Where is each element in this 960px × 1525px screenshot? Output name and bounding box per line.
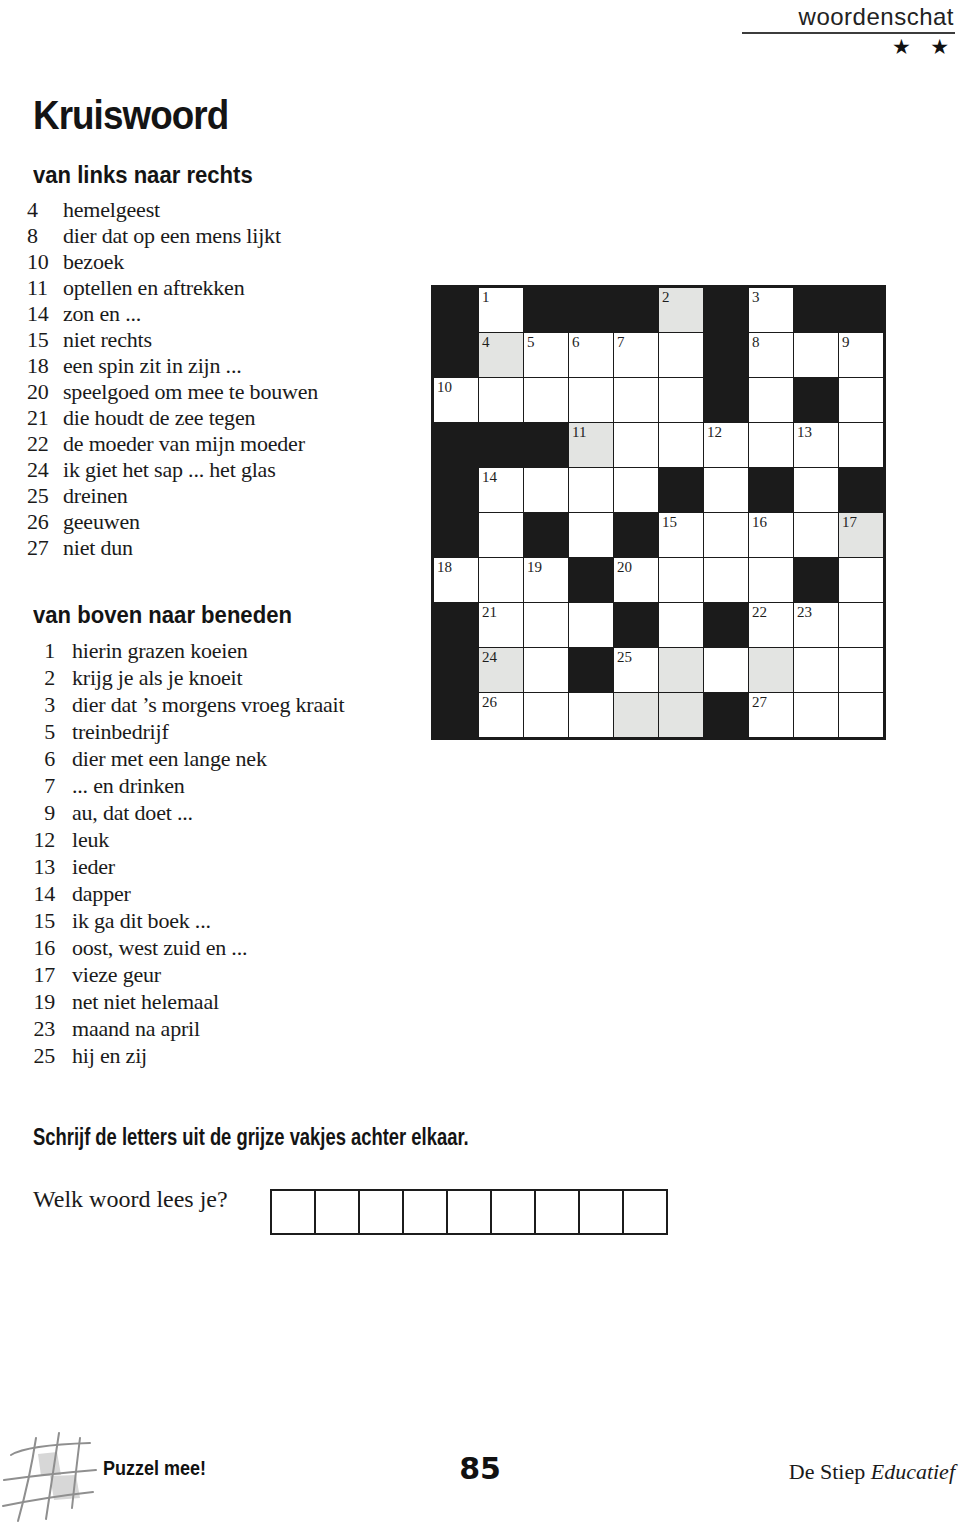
clue-item: 5treinbedrijf bbox=[27, 718, 432, 745]
grid-cell[interactable]: 15 bbox=[659, 513, 703, 557]
page-title: Kruiswoord bbox=[33, 93, 228, 138]
clue-item: 23maand na april bbox=[27, 1015, 432, 1042]
cell-number: 21 bbox=[482, 604, 497, 620]
instruction-text: Schrijf de letters uit de grijze vakjes … bbox=[33, 1124, 469, 1151]
clue-item: 15ik ga dit boek ... bbox=[27, 907, 432, 934]
clue-number: 21 bbox=[27, 405, 63, 431]
grid-cell[interactable] bbox=[839, 423, 883, 467]
blocked-cell bbox=[839, 468, 883, 512]
clue-number: 15 bbox=[27, 327, 63, 353]
clue-number: 2 bbox=[27, 664, 55, 691]
answer-question: Welk woord lees je? bbox=[33, 1186, 228, 1213]
grid-cell[interactable] bbox=[659, 558, 703, 602]
down-heading: van boven naar beneden bbox=[33, 601, 400, 629]
cell-number: 10 bbox=[437, 379, 452, 395]
clue-item: 15niet rechts bbox=[27, 327, 432, 353]
shaded-letter-cell[interactable] bbox=[749, 648, 793, 692]
clue-number: 26 bbox=[27, 509, 63, 535]
clue-number: 13 bbox=[27, 853, 55, 880]
cell-number: 8 bbox=[752, 334, 760, 350]
clue-item: 9au, dat doet ... bbox=[27, 799, 432, 826]
cell-number: 22 bbox=[752, 604, 767, 620]
crossword-grid: 1234567891011121314151617181920212223242… bbox=[431, 285, 886, 740]
across-clue-list: 4hemelgeest8dier dat op een mens lijkt10… bbox=[27, 197, 432, 561]
clue-item: 1hierin grazen koeien bbox=[27, 637, 432, 664]
grid-cell[interactable]: 13 bbox=[794, 423, 838, 467]
clue-number: 4 bbox=[27, 197, 63, 223]
blocked-cell bbox=[704, 603, 748, 647]
publisher-suffix: Educatief bbox=[871, 1459, 955, 1484]
blocked-cell bbox=[794, 558, 838, 602]
grid-cell[interactable] bbox=[749, 558, 793, 602]
clue-text: ik giet het sap ... het glas bbox=[63, 457, 276, 483]
clue-item: 25dreinen bbox=[27, 483, 432, 509]
blocked-cell bbox=[434, 693, 478, 737]
clue-item: 14zon en ... bbox=[27, 301, 432, 327]
cell-number: 4 bbox=[482, 334, 490, 350]
clue-text: ... en drinken bbox=[72, 772, 185, 799]
grid-cell[interactable] bbox=[614, 423, 658, 467]
grid-cell[interactable] bbox=[794, 648, 838, 692]
cell-number: 9 bbox=[842, 334, 850, 350]
grid-cell[interactable]: 9 bbox=[839, 333, 883, 377]
cell-number: 24 bbox=[482, 649, 497, 665]
clue-text: krijg je als je knoeit bbox=[72, 664, 242, 691]
cell-number: 26 bbox=[482, 694, 497, 710]
grid-cell[interactable] bbox=[569, 693, 613, 737]
clue-text: ieder bbox=[72, 853, 115, 880]
clue-text: die houdt de zee tegen bbox=[63, 405, 255, 431]
shaded-letter-cell[interactable] bbox=[614, 693, 658, 737]
clue-text: niet dun bbox=[63, 535, 133, 561]
grid-cell[interactable]: 16 bbox=[749, 513, 793, 557]
answer-box[interactable] bbox=[534, 1189, 580, 1235]
blocked-cell bbox=[659, 468, 703, 512]
clue-number: 23 bbox=[27, 1015, 55, 1042]
clue-number: 15 bbox=[27, 907, 55, 934]
blocked-cell bbox=[479, 423, 523, 467]
answer-box[interactable] bbox=[446, 1189, 492, 1235]
grid-cell[interactable] bbox=[479, 513, 523, 557]
across-heading: van links naar rechts bbox=[33, 161, 400, 189]
grid-cell[interactable] bbox=[524, 468, 568, 512]
blocked-cell bbox=[614, 603, 658, 647]
grid-cell[interactable]: 18 bbox=[434, 558, 478, 602]
clue-number: 3 bbox=[27, 691, 55, 718]
grid-cell[interactable]: 7 bbox=[614, 333, 658, 377]
clue-number: 16 bbox=[27, 934, 55, 961]
cell-number: 2 bbox=[662, 289, 670, 305]
blocked-cell bbox=[749, 468, 793, 512]
grid-cell[interactable] bbox=[704, 558, 748, 602]
shaded-letter-cell[interactable] bbox=[659, 693, 703, 737]
cell-number: 16 bbox=[752, 514, 767, 530]
blocked-cell bbox=[434, 468, 478, 512]
blocked-cell bbox=[434, 333, 478, 377]
grid-cell[interactable] bbox=[659, 378, 703, 422]
grid-cell[interactable] bbox=[839, 693, 883, 737]
cell-number: 15 bbox=[662, 514, 677, 530]
down-clues-section: van boven naar beneden 1hierin grazen ko… bbox=[27, 601, 432, 1069]
clue-text: geeuwen bbox=[63, 509, 140, 535]
answer-box[interactable] bbox=[270, 1189, 316, 1235]
blocked-cell bbox=[434, 603, 478, 647]
shaded-letter-cell[interactable]: 24 bbox=[479, 648, 523, 692]
worksheet-page: { "header": { "subject": "woordenschat",… bbox=[0, 0, 960, 1525]
blocked-cell bbox=[794, 288, 838, 332]
clue-text: vieze geur bbox=[72, 961, 161, 988]
shaded-letter-cell[interactable]: 4 bbox=[479, 333, 523, 377]
cell-number: 6 bbox=[572, 334, 580, 350]
clue-item: 25hij en zij bbox=[27, 1042, 432, 1069]
blocked-cell bbox=[839, 288, 883, 332]
blocked-cell bbox=[614, 513, 658, 557]
clue-number: 18 bbox=[27, 353, 63, 379]
grid-cell[interactable] bbox=[749, 423, 793, 467]
blocked-cell bbox=[434, 288, 478, 332]
grid-cell[interactable] bbox=[524, 693, 568, 737]
clue-text: dapper bbox=[72, 880, 131, 907]
grid-cell[interactable]: 14 bbox=[479, 468, 523, 512]
clue-text: hemelgeest bbox=[63, 197, 160, 223]
cell-number: 5 bbox=[527, 334, 535, 350]
answer-box[interactable] bbox=[578, 1189, 624, 1235]
clue-number: 9 bbox=[27, 799, 55, 826]
grid-cell[interactable]: 22 bbox=[749, 603, 793, 647]
shaded-letter-cell[interactable] bbox=[659, 648, 703, 692]
grid-cell[interactable] bbox=[569, 468, 613, 512]
answer-box[interactable] bbox=[402, 1189, 448, 1235]
clue-text: treinbedrijf bbox=[72, 718, 169, 745]
grid-cell[interactable]: 8 bbox=[749, 333, 793, 377]
grid-cell[interactable]: 3 bbox=[749, 288, 793, 332]
blocked-cell bbox=[704, 333, 748, 377]
blocked-cell bbox=[569, 648, 613, 692]
cell-number: 11 bbox=[572, 424, 586, 440]
publisher-text: De Stiep bbox=[789, 1459, 865, 1484]
clue-text: dier met een lange nek bbox=[72, 745, 267, 772]
clue-item: 4hemelgeest bbox=[27, 197, 432, 223]
blocked-cell bbox=[434, 513, 478, 557]
clue-number: 12 bbox=[27, 826, 55, 853]
clue-item: 3dier dat ’s morgens vroeg kraait bbox=[27, 691, 432, 718]
answer-box[interactable] bbox=[358, 1189, 404, 1235]
clue-text: ik ga dit boek ... bbox=[72, 907, 211, 934]
clue-text: niet rechts bbox=[63, 327, 152, 353]
grid-cell[interactable]: 20 bbox=[614, 558, 658, 602]
clue-number: 17 bbox=[27, 961, 55, 988]
cell-number: 1 bbox=[482, 289, 490, 305]
grid-cell[interactable]: 19 bbox=[524, 558, 568, 602]
cell-number: 17 bbox=[842, 514, 857, 530]
clue-item: 27niet dun bbox=[27, 535, 432, 561]
cell-number: 27 bbox=[752, 694, 767, 710]
grid-cell[interactable]: 5 bbox=[524, 333, 568, 377]
clue-number: 10 bbox=[27, 249, 63, 275]
blocked-cell bbox=[524, 423, 568, 467]
cell-number: 23 bbox=[797, 604, 812, 620]
blocked-cell bbox=[524, 513, 568, 557]
clue-number: 14 bbox=[27, 880, 55, 907]
cell-number: 25 bbox=[617, 649, 632, 665]
grid-cell[interactable] bbox=[479, 378, 523, 422]
clue-text: hierin grazen koeien bbox=[72, 637, 248, 664]
grid-cell[interactable] bbox=[569, 513, 613, 557]
clue-text: speelgoed om mee te bouwen bbox=[63, 379, 318, 405]
blocked-cell bbox=[614, 288, 658, 332]
clue-number: 25 bbox=[27, 483, 63, 509]
answer-box[interactable] bbox=[622, 1189, 668, 1235]
grid-cell[interactable] bbox=[839, 558, 883, 602]
difficulty-stars: ★ ★ bbox=[892, 35, 956, 60]
shaded-letter-cell[interactable]: 2 bbox=[659, 288, 703, 332]
clue-item: 17vieze geur bbox=[27, 961, 432, 988]
clue-text: dier dat ’s morgens vroeg kraait bbox=[72, 691, 344, 718]
blocked-cell bbox=[434, 423, 478, 467]
answer-box[interactable] bbox=[490, 1189, 536, 1235]
grid-cell[interactable] bbox=[569, 603, 613, 647]
header-rule bbox=[742, 32, 955, 34]
clue-text: de moeder van mijn moeder bbox=[63, 431, 305, 457]
clue-item: 6dier met een lange nek bbox=[27, 745, 432, 772]
blocked-cell bbox=[524, 288, 568, 332]
clue-number: 6 bbox=[27, 745, 55, 772]
cell-number: 18 bbox=[437, 559, 452, 575]
blocked-cell bbox=[704, 693, 748, 737]
clue-item: 13ieder bbox=[27, 853, 432, 880]
grid-cell[interactable]: 23 bbox=[794, 603, 838, 647]
cell-number: 14 bbox=[482, 469, 497, 485]
clue-number: 14 bbox=[27, 301, 63, 327]
grid-cell[interactable] bbox=[839, 378, 883, 422]
cell-number: 13 bbox=[797, 424, 812, 440]
grid-cell[interactable] bbox=[839, 648, 883, 692]
grid-cell[interactable] bbox=[794, 468, 838, 512]
clue-text: een spin zit in zijn ... bbox=[63, 353, 242, 379]
clue-item: 21die houdt de zee tegen bbox=[27, 405, 432, 431]
grid-cell[interactable] bbox=[524, 648, 568, 692]
answer-boxes-row bbox=[270, 1189, 668, 1235]
blocked-cell bbox=[794, 378, 838, 422]
grid-cell[interactable] bbox=[794, 693, 838, 737]
grid-cell[interactable] bbox=[704, 513, 748, 557]
clue-number: 19 bbox=[27, 988, 55, 1015]
clue-item: 10bezoek bbox=[27, 249, 432, 275]
grid-cell[interactable] bbox=[569, 378, 613, 422]
grid-cell[interactable]: 10 bbox=[434, 378, 478, 422]
shaded-letter-cell[interactable]: 11 bbox=[569, 423, 613, 467]
clue-number: 25 bbox=[27, 1042, 55, 1069]
grid-cell[interactable] bbox=[839, 603, 883, 647]
clue-number: 20 bbox=[27, 379, 63, 405]
grid-cell[interactable] bbox=[794, 333, 838, 377]
clue-item: 14dapper bbox=[27, 880, 432, 907]
cell-number: 20 bbox=[617, 559, 632, 575]
grid-cell[interactable] bbox=[659, 423, 703, 467]
grid-cell[interactable] bbox=[749, 378, 793, 422]
clue-item: 18een spin zit in zijn ... bbox=[27, 353, 432, 379]
grid-cell[interactable] bbox=[794, 513, 838, 557]
clue-number: 5 bbox=[27, 718, 55, 745]
grid-cell[interactable]: 25 bbox=[614, 648, 658, 692]
cell-number: 19 bbox=[527, 559, 542, 575]
grid-cell[interactable] bbox=[524, 378, 568, 422]
clue-item: 20speelgoed om mee te bouwen bbox=[27, 379, 432, 405]
clue-number: 1 bbox=[27, 637, 55, 664]
clue-number: 22 bbox=[27, 431, 63, 457]
grid-cell[interactable] bbox=[479, 558, 523, 602]
clue-number: 8 bbox=[27, 223, 63, 249]
blocked-cell bbox=[434, 648, 478, 692]
blocked-cell bbox=[569, 288, 613, 332]
down-clue-list: 1hierin grazen koeien2krijg je als je kn… bbox=[27, 637, 432, 1069]
blocked-cell bbox=[704, 378, 748, 422]
across-clues-section: van links naar rechts 4hemelgeest8dier d… bbox=[27, 161, 432, 561]
clue-item: 24ik giet het sap ... het glas bbox=[27, 457, 432, 483]
clue-item: 19net niet helemaal bbox=[27, 988, 432, 1015]
grid-cell[interactable] bbox=[704, 648, 748, 692]
grid-cell[interactable] bbox=[614, 378, 658, 422]
clue-item: 22de moeder van mijn moeder bbox=[27, 431, 432, 457]
grid-cell[interactable] bbox=[659, 333, 703, 377]
grid-cell[interactable]: 27 bbox=[749, 693, 793, 737]
clue-text: optellen en aftrekken bbox=[63, 275, 245, 301]
blocked-cell bbox=[569, 558, 613, 602]
clue-number: 27 bbox=[27, 535, 63, 561]
publisher-name: De Stiep Educatief bbox=[789, 1459, 955, 1485]
grid-cell[interactable]: 21 bbox=[479, 603, 523, 647]
shaded-letter-cell[interactable]: 17 bbox=[839, 513, 883, 557]
cell-number: 12 bbox=[707, 424, 722, 440]
clue-number: 11 bbox=[27, 275, 63, 301]
clue-item: 26geeuwen bbox=[27, 509, 432, 535]
grid-cell[interactable] bbox=[659, 603, 703, 647]
grid-cell[interactable] bbox=[704, 468, 748, 512]
clue-item: 8dier dat op een mens lijkt bbox=[27, 223, 432, 249]
grid-cell[interactable]: 12 bbox=[704, 423, 748, 467]
grid-cell[interactable]: 26 bbox=[479, 693, 523, 737]
clue-item: 11optellen en aftrekken bbox=[27, 275, 432, 301]
answer-box[interactable] bbox=[314, 1189, 360, 1235]
clue-text: dreinen bbox=[63, 483, 128, 509]
grid-cell[interactable] bbox=[524, 603, 568, 647]
cell-number: 3 bbox=[752, 289, 760, 305]
clue-item: 12leuk bbox=[27, 826, 432, 853]
clue-item: 2krijg je als je knoeit bbox=[27, 664, 432, 691]
clue-text: au, dat doet ... bbox=[72, 799, 193, 826]
grid-cell[interactable]: 6 bbox=[569, 333, 613, 377]
clue-number: 24 bbox=[27, 457, 63, 483]
subject-label: woordenschat bbox=[799, 3, 954, 31]
blocked-cell bbox=[704, 288, 748, 332]
clue-text: dier dat op een mens lijkt bbox=[63, 223, 281, 249]
clue-item: 16oost, west zuid en ... bbox=[27, 934, 432, 961]
cell-number: 7 bbox=[617, 334, 625, 350]
clue-text: zon en ... bbox=[63, 301, 141, 327]
grid-cell[interactable] bbox=[614, 468, 658, 512]
clue-text: oost, west zuid en ... bbox=[72, 934, 247, 961]
clue-text: hij en zij bbox=[72, 1042, 147, 1069]
clue-text: bezoek bbox=[63, 249, 124, 275]
clue-item: 7... en drinken bbox=[27, 772, 432, 799]
clue-number: 7 bbox=[27, 772, 55, 799]
clue-text: net niet helemaal bbox=[72, 988, 219, 1015]
clue-text: maand na april bbox=[72, 1015, 200, 1042]
clue-text: leuk bbox=[72, 826, 109, 853]
grid-cell[interactable]: 1 bbox=[479, 288, 523, 332]
